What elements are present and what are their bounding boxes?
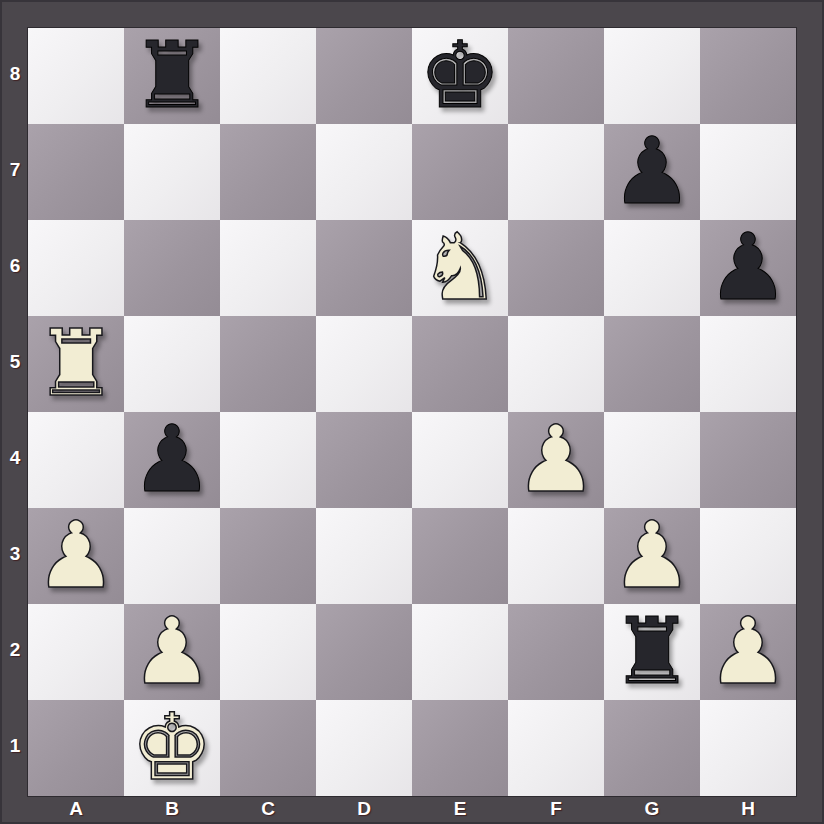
rank-label-1: 1 bbox=[2, 700, 28, 796]
square-h4[interactable] bbox=[700, 412, 796, 508]
square-d6[interactable] bbox=[316, 220, 412, 316]
square-d3[interactable] bbox=[316, 508, 412, 604]
file-label-a: A bbox=[28, 796, 124, 824]
square-g6[interactable] bbox=[604, 220, 700, 316]
square-e2[interactable] bbox=[412, 604, 508, 700]
file-label-d: D bbox=[316, 796, 412, 824]
square-c3[interactable] bbox=[220, 508, 316, 604]
square-b1[interactable]: ♚ bbox=[124, 700, 220, 796]
white-pawn-piece[interactable]: ♟ bbox=[515, 412, 597, 508]
square-f1[interactable] bbox=[508, 700, 604, 796]
square-e3[interactable] bbox=[412, 508, 508, 604]
square-h1[interactable] bbox=[700, 700, 796, 796]
file-label-c: C bbox=[220, 796, 316, 824]
square-h8[interactable] bbox=[700, 28, 796, 124]
black-rook-piece[interactable]: ♜ bbox=[131, 28, 213, 124]
rank-label-3: 3 bbox=[2, 508, 28, 604]
black-pawn-piece[interactable]: ♟ bbox=[131, 412, 213, 508]
chess-board: ♜♚♟♞♟♜♟♟♟♟♟♜♟♚ 87654321 ABCDEFGH bbox=[0, 0, 824, 824]
square-b5[interactable] bbox=[124, 316, 220, 412]
square-f7[interactable] bbox=[508, 124, 604, 220]
square-e8[interactable]: ♚ bbox=[412, 28, 508, 124]
square-h2[interactable]: ♟ bbox=[700, 604, 796, 700]
square-b8[interactable]: ♜ bbox=[124, 28, 220, 124]
file-label-f: F bbox=[508, 796, 604, 824]
square-d8[interactable] bbox=[316, 28, 412, 124]
square-f2[interactable] bbox=[508, 604, 604, 700]
square-d7[interactable] bbox=[316, 124, 412, 220]
square-g5[interactable] bbox=[604, 316, 700, 412]
square-f5[interactable] bbox=[508, 316, 604, 412]
white-pawn-piece[interactable]: ♟ bbox=[35, 508, 117, 604]
square-d5[interactable] bbox=[316, 316, 412, 412]
square-d4[interactable] bbox=[316, 412, 412, 508]
rank-label-8: 8 bbox=[2, 28, 28, 124]
rank-label-6: 6 bbox=[2, 220, 28, 316]
square-c6[interactable] bbox=[220, 220, 316, 316]
square-e6[interactable]: ♞ bbox=[412, 220, 508, 316]
square-a8[interactable] bbox=[28, 28, 124, 124]
white-king-piece[interactable]: ♚ bbox=[131, 700, 213, 796]
square-f8[interactable] bbox=[508, 28, 604, 124]
file-label-g: G bbox=[604, 796, 700, 824]
white-pawn-piece[interactable]: ♟ bbox=[131, 604, 213, 700]
square-c5[interactable] bbox=[220, 316, 316, 412]
square-g7[interactable]: ♟ bbox=[604, 124, 700, 220]
rank-label-4: 4 bbox=[2, 412, 28, 508]
square-a7[interactable] bbox=[28, 124, 124, 220]
square-h7[interactable] bbox=[700, 124, 796, 220]
square-d1[interactable] bbox=[316, 700, 412, 796]
square-c4[interactable] bbox=[220, 412, 316, 508]
square-h5[interactable] bbox=[700, 316, 796, 412]
square-a2[interactable] bbox=[28, 604, 124, 700]
square-g2[interactable]: ♜ bbox=[604, 604, 700, 700]
square-f4[interactable]: ♟ bbox=[508, 412, 604, 508]
white-pawn-piece[interactable]: ♟ bbox=[611, 508, 693, 604]
square-c7[interactable] bbox=[220, 124, 316, 220]
square-a6[interactable] bbox=[28, 220, 124, 316]
file-label-h: H bbox=[700, 796, 796, 824]
square-b3[interactable] bbox=[124, 508, 220, 604]
square-g4[interactable] bbox=[604, 412, 700, 508]
square-b4[interactable]: ♟ bbox=[124, 412, 220, 508]
square-b6[interactable] bbox=[124, 220, 220, 316]
square-e7[interactable] bbox=[412, 124, 508, 220]
square-e4[interactable] bbox=[412, 412, 508, 508]
black-king-piece[interactable]: ♚ bbox=[419, 28, 501, 124]
file-label-b: B bbox=[124, 796, 220, 824]
square-g3[interactable]: ♟ bbox=[604, 508, 700, 604]
square-e1[interactable] bbox=[412, 700, 508, 796]
black-pawn-piece[interactable]: ♟ bbox=[611, 124, 693, 220]
board-squares: ♜♚♟♞♟♜♟♟♟♟♟♜♟♚ bbox=[28, 28, 796, 796]
square-b7[interactable] bbox=[124, 124, 220, 220]
square-e5[interactable] bbox=[412, 316, 508, 412]
rank-label-7: 7 bbox=[2, 124, 28, 220]
square-f6[interactable] bbox=[508, 220, 604, 316]
square-f3[interactable] bbox=[508, 508, 604, 604]
square-c1[interactable] bbox=[220, 700, 316, 796]
white-rook-piece[interactable]: ♜ bbox=[35, 316, 117, 412]
square-a5[interactable]: ♜ bbox=[28, 316, 124, 412]
square-h6[interactable]: ♟ bbox=[700, 220, 796, 316]
square-c2[interactable] bbox=[220, 604, 316, 700]
rank-label-5: 5 bbox=[2, 316, 28, 412]
black-pawn-piece[interactable]: ♟ bbox=[707, 220, 789, 316]
white-pawn-piece[interactable]: ♟ bbox=[707, 604, 789, 700]
black-rook-piece[interactable]: ♜ bbox=[611, 604, 693, 700]
square-g1[interactable] bbox=[604, 700, 700, 796]
square-a4[interactable] bbox=[28, 412, 124, 508]
square-b2[interactable]: ♟ bbox=[124, 604, 220, 700]
square-c8[interactable] bbox=[220, 28, 316, 124]
square-d2[interactable] bbox=[316, 604, 412, 700]
file-label-e: E bbox=[412, 796, 508, 824]
square-a1[interactable] bbox=[28, 700, 124, 796]
square-g8[interactable] bbox=[604, 28, 700, 124]
white-knight-piece[interactable]: ♞ bbox=[419, 220, 501, 316]
rank-label-2: 2 bbox=[2, 604, 28, 700]
square-h3[interactable] bbox=[700, 508, 796, 604]
square-a3[interactable]: ♟ bbox=[28, 508, 124, 604]
